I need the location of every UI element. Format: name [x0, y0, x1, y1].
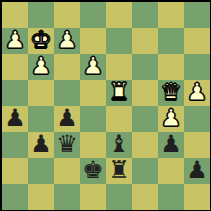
square-c2[interactable]	[54, 158, 80, 184]
black-pawn[interactable]: ♟	[56, 106, 78, 131]
white-rook[interactable]: ♜	[108, 80, 130, 105]
square-e8[interactable]	[106, 2, 132, 28]
square-h7[interactable]	[184, 28, 210, 54]
square-a5[interactable]	[2, 80, 28, 106]
white-pawn[interactable]: ♟	[30, 54, 52, 79]
square-d1[interactable]	[80, 184, 106, 210]
square-g2[interactable]	[158, 158, 184, 184]
square-f2[interactable]	[132, 158, 158, 184]
white-pawn[interactable]: ♟	[4, 28, 26, 53]
square-d6[interactable]: ♟	[80, 54, 106, 80]
square-h3[interactable]	[184, 132, 210, 158]
square-a4[interactable]: ♟	[2, 106, 28, 132]
square-e6[interactable]	[106, 54, 132, 80]
square-h4[interactable]	[184, 106, 210, 132]
square-f4[interactable]	[132, 106, 158, 132]
black-pawn[interactable]: ♟	[186, 158, 208, 183]
square-d7[interactable]	[80, 28, 106, 54]
black-king[interactable]: ♚	[82, 158, 104, 183]
square-e2[interactable]: ♜	[106, 158, 132, 184]
white-queen[interactable]: ♛	[160, 80, 182, 105]
square-e4[interactable]	[106, 106, 132, 132]
square-d8[interactable]	[80, 2, 106, 28]
black-rook[interactable]: ♜	[108, 158, 130, 183]
square-h1[interactable]	[184, 184, 210, 210]
white-pawn[interactable]: ♟	[186, 80, 208, 105]
square-c3[interactable]: ♛	[54, 132, 80, 158]
square-h6[interactable]	[184, 54, 210, 80]
square-a7[interactable]: ♟	[2, 28, 28, 54]
square-f7[interactable]	[132, 28, 158, 54]
square-e1[interactable]	[106, 184, 132, 210]
square-b3[interactable]: ♟	[28, 132, 54, 158]
square-e7[interactable]	[106, 28, 132, 54]
black-queen[interactable]: ♛	[56, 132, 78, 157]
square-d3[interactable]	[80, 132, 106, 158]
white-pawn[interactable]: ♟	[82, 54, 104, 79]
square-a6[interactable]	[2, 54, 28, 80]
square-e3[interactable]: ♝	[106, 132, 132, 158]
square-g1[interactable]	[158, 184, 184, 210]
square-h8[interactable]	[184, 2, 210, 28]
black-pawn[interactable]: ♟	[160, 132, 182, 157]
square-f1[interactable]	[132, 184, 158, 210]
square-d5[interactable]	[80, 80, 106, 106]
square-g8[interactable]	[158, 2, 184, 28]
square-f5[interactable]	[132, 80, 158, 106]
chess-board: ♟♚♟♟♟♜♛♟♟♟♟♟♛♝♟♚♜♟	[2, 2, 210, 210]
square-b5[interactable]	[28, 80, 54, 106]
square-g7[interactable]	[158, 28, 184, 54]
square-e5[interactable]: ♜	[106, 80, 132, 106]
square-h2[interactable]: ♟	[184, 158, 210, 184]
square-c4[interactable]: ♟	[54, 106, 80, 132]
black-pawn[interactable]: ♟	[30, 132, 52, 157]
square-c1[interactable]	[54, 184, 80, 210]
square-g4[interactable]: ♟	[158, 106, 184, 132]
square-g5[interactable]: ♛	[158, 80, 184, 106]
square-d2[interactable]: ♚	[80, 158, 106, 184]
square-f3[interactable]	[132, 132, 158, 158]
square-a3[interactable]	[2, 132, 28, 158]
square-h5[interactable]: ♟	[184, 80, 210, 106]
chess-board-frame: ♟♚♟♟♟♜♛♟♟♟♟♟♛♝♟♚♜♟	[0, 0, 211, 211]
square-c8[interactable]	[54, 2, 80, 28]
square-d4[interactable]	[80, 106, 106, 132]
white-pawn[interactable]: ♟	[160, 106, 182, 131]
square-g3[interactable]: ♟	[158, 132, 184, 158]
square-b7[interactable]: ♚	[28, 28, 54, 54]
square-f6[interactable]	[132, 54, 158, 80]
square-b6[interactable]: ♟	[28, 54, 54, 80]
square-f8[interactable]	[132, 2, 158, 28]
square-c6[interactable]	[54, 54, 80, 80]
square-c5[interactable]	[54, 80, 80, 106]
black-bishop[interactable]: ♝	[108, 132, 130, 157]
square-b4[interactable]	[28, 106, 54, 132]
square-a1[interactable]	[2, 184, 28, 210]
square-b1[interactable]	[28, 184, 54, 210]
square-g6[interactable]	[158, 54, 184, 80]
square-b8[interactable]	[28, 2, 54, 28]
white-pawn[interactable]: ♟	[56, 28, 78, 53]
square-c7[interactable]: ♟	[54, 28, 80, 54]
square-a8[interactable]	[2, 2, 28, 28]
square-a2[interactable]	[2, 158, 28, 184]
square-b2[interactable]	[28, 158, 54, 184]
white-king[interactable]: ♚	[30, 28, 52, 53]
black-pawn[interactable]: ♟	[4, 106, 26, 131]
